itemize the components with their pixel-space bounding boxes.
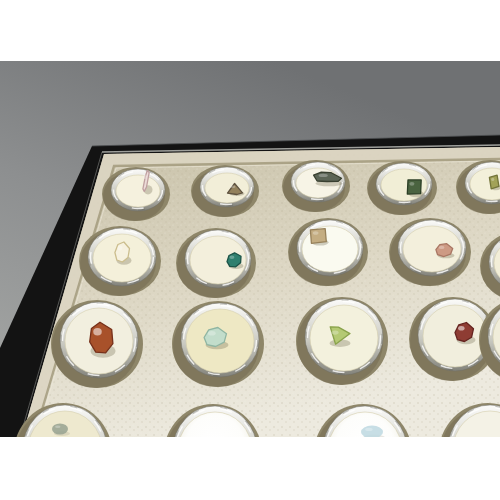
specimen-cell-r4c2 [164, 404, 262, 500]
stone-highlight [491, 178, 494, 181]
stone [310, 229, 326, 244]
specimen-cell-r1c2 [191, 165, 259, 217]
stone-highlight [117, 246, 122, 251]
specimen-cell-r3c1 [51, 300, 143, 388]
specimen-cell-r1c4 [367, 161, 437, 215]
stone-highlight [319, 174, 328, 177]
specimen-cell-r2c3 [288, 218, 368, 286]
specimen-cell-r2c4 [389, 218, 471, 286]
cup-wax-surface [178, 412, 252, 490]
specimen-cell-r2c1 [79, 226, 161, 296]
stone [52, 424, 68, 435]
specimen-cell-r3c2 [172, 301, 264, 387]
cup-wax-surface [205, 173, 249, 203]
stone-highlight [313, 231, 319, 235]
specimen-cell-r3c3 [296, 297, 388, 385]
cup-wax-surface [328, 412, 402, 490]
stone-highlight [55, 425, 60, 428]
stone-highlight [409, 182, 414, 186]
stone-highlight [458, 326, 464, 331]
photograph [0, 0, 500, 500]
specimen-cell-r4c1 [14, 403, 112, 500]
stone-highlight [439, 246, 445, 249]
stone-highlight [365, 428, 372, 431]
specimen-cell-r1c3 [282, 160, 350, 212]
stone [227, 253, 241, 267]
specimen-box-photo [0, 0, 500, 500]
specimen-cell-r1c1 [102, 167, 170, 221]
stone-highlight [331, 331, 338, 335]
stone [407, 180, 421, 194]
stone [489, 175, 499, 189]
stone-highlight [208, 331, 216, 336]
stone-highlight [93, 328, 102, 335]
stone-highlight [143, 174, 146, 179]
cup-wax-surface [116, 175, 160, 207]
stone [361, 426, 383, 439]
specimen-cell-r4c3 [314, 404, 412, 500]
screenshot [0, 0, 500, 500]
stone-highlight [229, 256, 234, 259]
specimen-cell-r2c2 [176, 228, 256, 298]
cup-wax-surface [28, 411, 102, 489]
stone-highlight [230, 185, 235, 188]
cup-wax-surface [423, 305, 487, 367]
